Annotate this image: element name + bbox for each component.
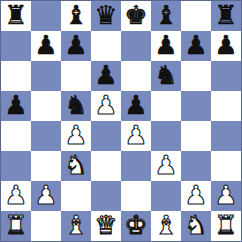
- piece-white-pawn[interactable]: ♟: [214, 182, 237, 208]
- square-c7[interactable]: ♟: [61, 31, 91, 61]
- piece-black-pawn[interactable]: ♟: [94, 62, 117, 88]
- square-b3[interactable]: [31, 151, 61, 181]
- square-b7[interactable]: ♟: [31, 31, 61, 61]
- square-h2[interactable]: ♟: [211, 181, 241, 211]
- square-a3[interactable]: [1, 151, 31, 181]
- square-f8[interactable]: ♝: [151, 1, 181, 31]
- square-a5[interactable]: ♟: [1, 91, 31, 121]
- square-e1[interactable]: ♚: [121, 211, 151, 241]
- square-d6[interactable]: ♟: [91, 61, 121, 91]
- square-g7[interactable]: ♟: [181, 31, 211, 61]
- square-a7[interactable]: [1, 31, 31, 61]
- square-c4[interactable]: ♟: [61, 121, 91, 151]
- square-e3[interactable]: [121, 151, 151, 181]
- square-b1[interactable]: [31, 211, 61, 241]
- square-g8[interactable]: [181, 1, 211, 31]
- piece-white-queen[interactable]: ♛: [94, 212, 117, 238]
- square-e5[interactable]: ♟: [121, 91, 151, 121]
- piece-white-rook[interactable]: ♜: [214, 212, 237, 238]
- square-c3[interactable]: ♞: [61, 151, 91, 181]
- piece-white-bishop[interactable]: ♝: [64, 212, 87, 238]
- square-a8[interactable]: ♜: [1, 1, 31, 31]
- square-f6[interactable]: ♞: [151, 61, 181, 91]
- piece-black-pawn[interactable]: ♟: [184, 32, 207, 58]
- square-e4[interactable]: ♟: [121, 121, 151, 151]
- square-e6[interactable]: [121, 61, 151, 91]
- piece-white-king[interactable]: ♚: [124, 212, 147, 238]
- square-a2[interactable]: ♟: [1, 181, 31, 211]
- piece-white-pawn[interactable]: ♟: [4, 182, 27, 208]
- piece-black-pawn[interactable]: ♟: [4, 92, 27, 118]
- square-d4[interactable]: [91, 121, 121, 151]
- square-c5[interactable]: ♞: [61, 91, 91, 121]
- square-b5[interactable]: [31, 91, 61, 121]
- square-b2[interactable]: ♟: [31, 181, 61, 211]
- piece-black-queen[interactable]: ♛: [94, 2, 117, 28]
- square-h5[interactable]: [211, 91, 241, 121]
- square-g5[interactable]: [181, 91, 211, 121]
- square-d7[interactable]: [91, 31, 121, 61]
- square-g4[interactable]: [181, 121, 211, 151]
- piece-white-pawn[interactable]: ♟: [124, 122, 147, 148]
- piece-white-knight[interactable]: ♞: [64, 152, 87, 178]
- piece-white-rook[interactable]: ♜: [4, 212, 27, 238]
- piece-black-pawn[interactable]: ♟: [154, 32, 177, 58]
- piece-black-pawn[interactable]: ♟: [124, 92, 147, 118]
- square-g2[interactable]: ♟: [181, 181, 211, 211]
- piece-black-pawn[interactable]: ♟: [34, 32, 57, 58]
- square-b8[interactable]: [31, 1, 61, 31]
- piece-black-knight[interactable]: ♞: [64, 92, 87, 118]
- square-f1[interactable]: ♝: [151, 211, 181, 241]
- square-d8[interactable]: ♛: [91, 1, 121, 31]
- square-d5[interactable]: ♟: [91, 91, 121, 121]
- square-d1[interactable]: ♛: [91, 211, 121, 241]
- square-f4[interactable]: [151, 121, 181, 151]
- piece-white-pawn[interactable]: ♟: [34, 182, 57, 208]
- piece-white-pawn[interactable]: ♟: [184, 182, 207, 208]
- square-h4[interactable]: [211, 121, 241, 151]
- square-b4[interactable]: [31, 121, 61, 151]
- piece-black-knight[interactable]: ♞: [154, 62, 177, 88]
- chess-board: ♜♝♛♚♝♜♟♟♟♟♟♟♞♟♞♟♟♟♟♞♟♟♟♟♟♜♝♛♚♝♞♜: [0, 0, 242, 242]
- square-e8[interactable]: ♚: [121, 1, 151, 31]
- square-e2[interactable]: [121, 181, 151, 211]
- piece-white-bishop[interactable]: ♝: [154, 212, 177, 238]
- square-e7[interactable]: [121, 31, 151, 61]
- square-f7[interactable]: ♟: [151, 31, 181, 61]
- piece-black-rook[interactable]: ♜: [4, 2, 27, 28]
- square-h8[interactable]: ♜: [211, 1, 241, 31]
- square-f5[interactable]: [151, 91, 181, 121]
- square-a4[interactable]: [1, 121, 31, 151]
- square-a1[interactable]: ♜: [1, 211, 31, 241]
- square-g3[interactable]: [181, 151, 211, 181]
- square-a6[interactable]: [1, 61, 31, 91]
- square-c8[interactable]: ♝: [61, 1, 91, 31]
- piece-black-pawn[interactable]: ♟: [214, 32, 237, 58]
- square-g1[interactable]: ♞: [181, 211, 211, 241]
- piece-white-pawn[interactable]: ♟: [64, 122, 87, 148]
- piece-white-pawn[interactable]: ♟: [94, 92, 117, 118]
- piece-white-knight[interactable]: ♞: [184, 212, 207, 238]
- square-d2[interactable]: [91, 181, 121, 211]
- square-d3[interactable]: [91, 151, 121, 181]
- piece-black-bishop[interactable]: ♝: [64, 2, 87, 28]
- square-g6[interactable]: [181, 61, 211, 91]
- piece-white-pawn[interactable]: ♟: [154, 152, 177, 178]
- piece-black-rook[interactable]: ♜: [214, 2, 237, 28]
- square-c6[interactable]: [61, 61, 91, 91]
- piece-black-pawn[interactable]: ♟: [64, 32, 87, 58]
- square-c1[interactable]: ♝: [61, 211, 91, 241]
- square-h6[interactable]: [211, 61, 241, 91]
- square-f3[interactable]: ♟: [151, 151, 181, 181]
- piece-black-bishop[interactable]: ♝: [154, 2, 177, 28]
- square-c2[interactable]: [61, 181, 91, 211]
- piece-black-king[interactable]: ♚: [124, 2, 147, 28]
- square-b6[interactable]: [31, 61, 61, 91]
- square-f2[interactable]: [151, 181, 181, 211]
- square-h1[interactable]: ♜: [211, 211, 241, 241]
- square-h7[interactable]: ♟: [211, 31, 241, 61]
- square-h3[interactable]: [211, 151, 241, 181]
